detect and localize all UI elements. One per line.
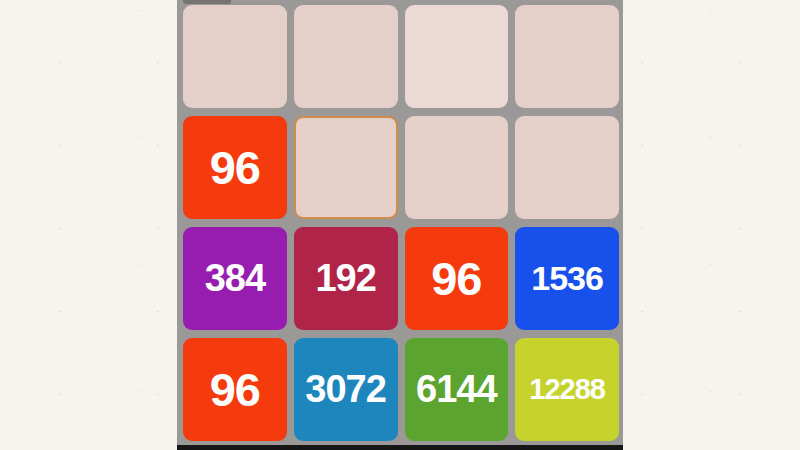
tile-1536: 1536: [515, 227, 619, 330]
empty-cell: [183, 5, 287, 108]
empty-cell: [294, 116, 398, 219]
top-edge-artifact: [183, 0, 231, 4]
empty-cell: [515, 116, 619, 219]
empty-cell: [294, 5, 398, 108]
tile-96: 96: [183, 116, 287, 219]
tile-12288: 12288: [515, 338, 619, 441]
tile-3072: 3072: [294, 338, 398, 441]
tile-grid[interactable]: 96384192961536963072614412288: [177, 0, 623, 445]
tile-384: 384: [183, 227, 287, 330]
game-board[interactable]: 96384192961536963072614412288: [177, 0, 623, 450]
empty-cell: [405, 116, 509, 219]
empty-cell: [515, 5, 619, 108]
tile-96: 96: [405, 227, 509, 330]
board-bottom-bar: [177, 445, 623, 450]
empty-cell: [405, 5, 509, 108]
tile-96: 96: [183, 338, 287, 441]
tile-6144: 6144: [405, 338, 509, 441]
tile-192: 192: [294, 227, 398, 330]
